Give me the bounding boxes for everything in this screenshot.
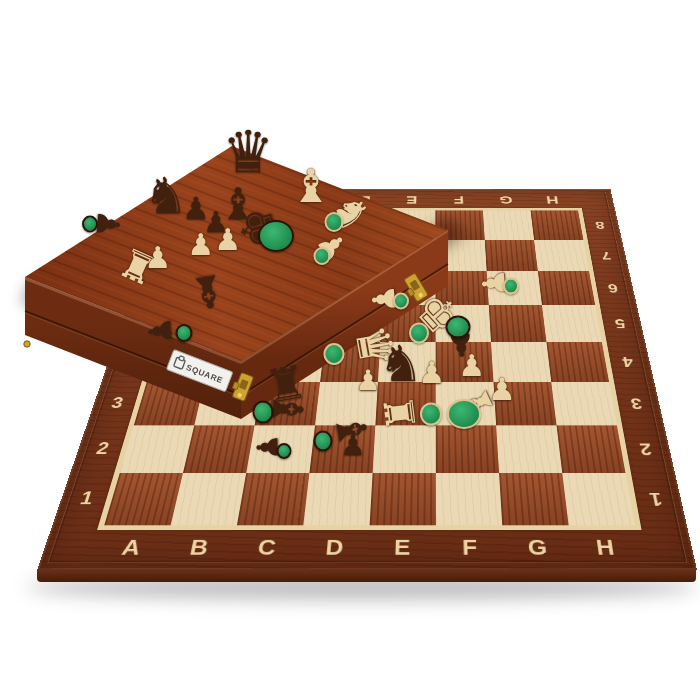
dark-pawn: ♟	[253, 434, 283, 461]
felt-base	[503, 278, 519, 295]
felt-base	[409, 323, 429, 344]
felt-base	[314, 247, 331, 265]
light-pawn: ♟	[367, 284, 400, 314]
dark-rook: ♜	[262, 358, 311, 410]
scattered-pieces: ♛♞♟♝♟♚♟♝♟♜♟♟♟♝♞♟♟♟♛♚♜♝♞♟♟♟♜♝♝♟♟♟♟	[0, 0, 700, 700]
light-pawn: ♟	[145, 243, 172, 273]
dark-bishop: ♝	[265, 389, 308, 428]
light-rook: ♜	[113, 240, 162, 291]
felt-base	[420, 403, 442, 426]
dark-knight: ♞	[144, 171, 189, 221]
light-pawn: ♟	[419, 358, 446, 388]
light-rook: ♜	[378, 393, 422, 433]
felt-base	[447, 399, 481, 429]
felt-base	[325, 212, 344, 232]
felt-base	[314, 431, 333, 452]
felt-base	[258, 220, 294, 252]
dark-bishop: ♝	[218, 182, 257, 226]
dark-pawn: ♟	[91, 209, 124, 239]
light-pawn: ♟	[477, 268, 510, 298]
felt-base	[324, 343, 345, 365]
dark-knight: ♞	[379, 339, 424, 389]
felt-base	[446, 316, 471, 339]
felt-base	[393, 293, 409, 310]
light-queen: ♛	[348, 321, 403, 372]
felt-base	[277, 443, 292, 459]
light-king: ♚	[407, 283, 469, 344]
light-bishop: ♝	[290, 163, 331, 209]
light-pawn: ♟	[459, 351, 486, 381]
dark-king: ♚	[230, 202, 285, 254]
dark-pawn: ♟	[446, 328, 476, 361]
light-pawn: ♟	[188, 230, 215, 260]
dark-pawn: ♟	[143, 316, 176, 346]
light-knight: ♞	[327, 190, 376, 236]
dark-pawn: ♟	[203, 208, 229, 237]
felt-base	[176, 324, 193, 342]
dark-bishop: ♝	[185, 267, 231, 317]
dark-pawn: ♟	[182, 193, 210, 224]
felt-base	[82, 216, 98, 233]
light-pawn: ♟	[215, 225, 242, 255]
light-bishop: ♝	[455, 381, 501, 425]
light-pawn: ♟	[488, 374, 516, 405]
product-photo: ABCDEFGH ABCDEFGH 87654321 87654321	[0, 0, 700, 700]
dark-queen: ♛	[222, 123, 274, 181]
felt-base	[253, 401, 274, 424]
dark-pawn: ♟	[340, 431, 366, 460]
light-pawn: ♟	[355, 367, 380, 395]
light-pawn: ♟	[311, 226, 353, 267]
dark-bishop: ♝	[329, 408, 376, 451]
